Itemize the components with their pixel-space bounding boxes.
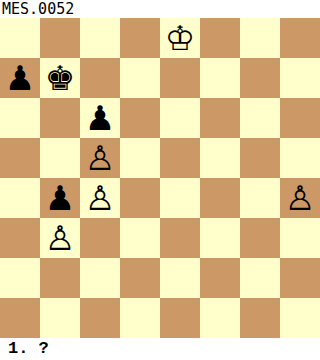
square-b6[interactable] xyxy=(40,98,80,138)
square-a2[interactable] xyxy=(0,258,40,298)
square-e3[interactable] xyxy=(160,218,200,258)
square-b8[interactable] xyxy=(40,18,80,58)
move-prompt-bar: 1. ? xyxy=(0,338,320,360)
square-g3[interactable] xyxy=(240,218,280,258)
square-h4[interactable]: ♙ xyxy=(280,178,320,218)
square-f8[interactable] xyxy=(200,18,240,58)
square-h2[interactable] xyxy=(280,258,320,298)
square-g2[interactable] xyxy=(240,258,280,298)
square-f3[interactable] xyxy=(200,218,240,258)
square-c3[interactable] xyxy=(80,218,120,258)
square-g6[interactable] xyxy=(240,98,280,138)
square-b3[interactable]: ♙ xyxy=(40,218,80,258)
square-e8[interactable]: ♔ xyxy=(160,18,200,58)
square-c1[interactable] xyxy=(80,298,120,338)
white-pawn[interactable]: ♙ xyxy=(85,138,115,178)
square-a5[interactable] xyxy=(0,138,40,178)
square-h3[interactable] xyxy=(280,218,320,258)
square-h5[interactable] xyxy=(280,138,320,178)
chess-diagram-window: MES.0052 ♔♟♚♟♙♟♙♙♙ 1. ? xyxy=(0,0,320,360)
square-b5[interactable] xyxy=(40,138,80,178)
diagram-title: MES.0052 xyxy=(0,0,74,18)
square-c4[interactable]: ♙ xyxy=(80,178,120,218)
chess-board: ♔♟♚♟♙♟♙♙♙ xyxy=(0,18,320,338)
square-e6[interactable] xyxy=(160,98,200,138)
square-c8[interactable] xyxy=(80,18,120,58)
square-d5[interactable] xyxy=(120,138,160,178)
square-c5[interactable]: ♙ xyxy=(80,138,120,178)
square-d4[interactable] xyxy=(120,178,160,218)
black-king[interactable]: ♚ xyxy=(45,58,75,98)
square-b2[interactable] xyxy=(40,258,80,298)
black-pawn[interactable]: ♟ xyxy=(85,98,115,138)
square-d1[interactable] xyxy=(120,298,160,338)
square-d6[interactable] xyxy=(120,98,160,138)
white-pawn[interactable]: ♙ xyxy=(85,178,115,218)
square-a7[interactable]: ♟ xyxy=(0,58,40,98)
square-e1[interactable] xyxy=(160,298,200,338)
square-g4[interactable] xyxy=(240,178,280,218)
square-a6[interactable] xyxy=(0,98,40,138)
white-pawn[interactable]: ♙ xyxy=(45,218,75,258)
square-c6[interactable]: ♟ xyxy=(80,98,120,138)
square-e5[interactable] xyxy=(160,138,200,178)
black-pawn[interactable]: ♟ xyxy=(5,58,35,98)
square-c7[interactable] xyxy=(80,58,120,98)
square-f6[interactable] xyxy=(200,98,240,138)
square-h8[interactable] xyxy=(280,18,320,58)
move-prompt: 1. ? xyxy=(0,338,49,360)
square-d8[interactable] xyxy=(120,18,160,58)
square-b7[interactable]: ♚ xyxy=(40,58,80,98)
square-b1[interactable] xyxy=(40,298,80,338)
white-king[interactable]: ♔ xyxy=(165,18,195,58)
square-c2[interactable] xyxy=(80,258,120,298)
black-pawn[interactable]: ♟ xyxy=(45,178,75,218)
square-f2[interactable] xyxy=(200,258,240,298)
white-pawn[interactable]: ♙ xyxy=(285,178,315,218)
square-g5[interactable] xyxy=(240,138,280,178)
square-e4[interactable] xyxy=(160,178,200,218)
square-f1[interactable] xyxy=(200,298,240,338)
square-h6[interactable] xyxy=(280,98,320,138)
square-f7[interactable] xyxy=(200,58,240,98)
title-bar: MES.0052 xyxy=(0,0,320,18)
square-d7[interactable] xyxy=(120,58,160,98)
square-d2[interactable] xyxy=(120,258,160,298)
square-a4[interactable] xyxy=(0,178,40,218)
square-a3[interactable] xyxy=(0,218,40,258)
square-h1[interactable] xyxy=(280,298,320,338)
square-g1[interactable] xyxy=(240,298,280,338)
square-a8[interactable] xyxy=(0,18,40,58)
square-e2[interactable] xyxy=(160,258,200,298)
square-f4[interactable] xyxy=(200,178,240,218)
square-g8[interactable] xyxy=(240,18,280,58)
square-g7[interactable] xyxy=(240,58,280,98)
square-f5[interactable] xyxy=(200,138,240,178)
square-h7[interactable] xyxy=(280,58,320,98)
square-a1[interactable] xyxy=(0,298,40,338)
square-d3[interactable] xyxy=(120,218,160,258)
square-b4[interactable]: ♟ xyxy=(40,178,80,218)
square-e7[interactable] xyxy=(160,58,200,98)
